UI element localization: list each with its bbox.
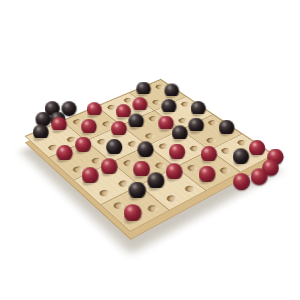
empty-hole [176, 117, 188, 124]
empty-hole [121, 159, 134, 167]
empty-hole [111, 201, 125, 210]
product-photo-stage [0, 0, 300, 300]
black-marble[interactable] [137, 141, 153, 157]
empty-hole [218, 166, 231, 174]
empty-hole [150, 99, 162, 105]
black-marble[interactable] [191, 101, 206, 116]
empty-hole [182, 184, 196, 193]
captured-red-marble[interactable] [233, 173, 250, 190]
empty-hole [164, 194, 178, 203]
empty-hole [97, 189, 111, 198]
black-marble[interactable] [106, 139, 122, 155]
empty-hole [116, 179, 129, 188]
empty-hole [188, 145, 201, 153]
empty-hole [147, 115, 159, 122]
empty-hole [157, 142, 170, 150]
checkers-board [24, 79, 274, 232]
game-board-scene [0, 53, 300, 281]
empty-hole [204, 137, 217, 144]
empty-hole [179, 101, 191, 108]
empty-hole [219, 147, 232, 155]
empty-hole [206, 119, 218, 126]
empty-hole [153, 84, 164, 90]
empty-hole [185, 164, 198, 172]
empty-hole [235, 139, 248, 147]
empty-hole [126, 140, 139, 148]
empty-hole [153, 161, 166, 169]
empty-hole [145, 204, 159, 213]
board-cell[interactable] [154, 188, 188, 210]
captured-red-marble[interactable] [251, 168, 268, 185]
empty-hole [143, 132, 155, 139]
red-marble[interactable] [201, 146, 217, 162]
red-marble[interactable] [75, 137, 91, 153]
